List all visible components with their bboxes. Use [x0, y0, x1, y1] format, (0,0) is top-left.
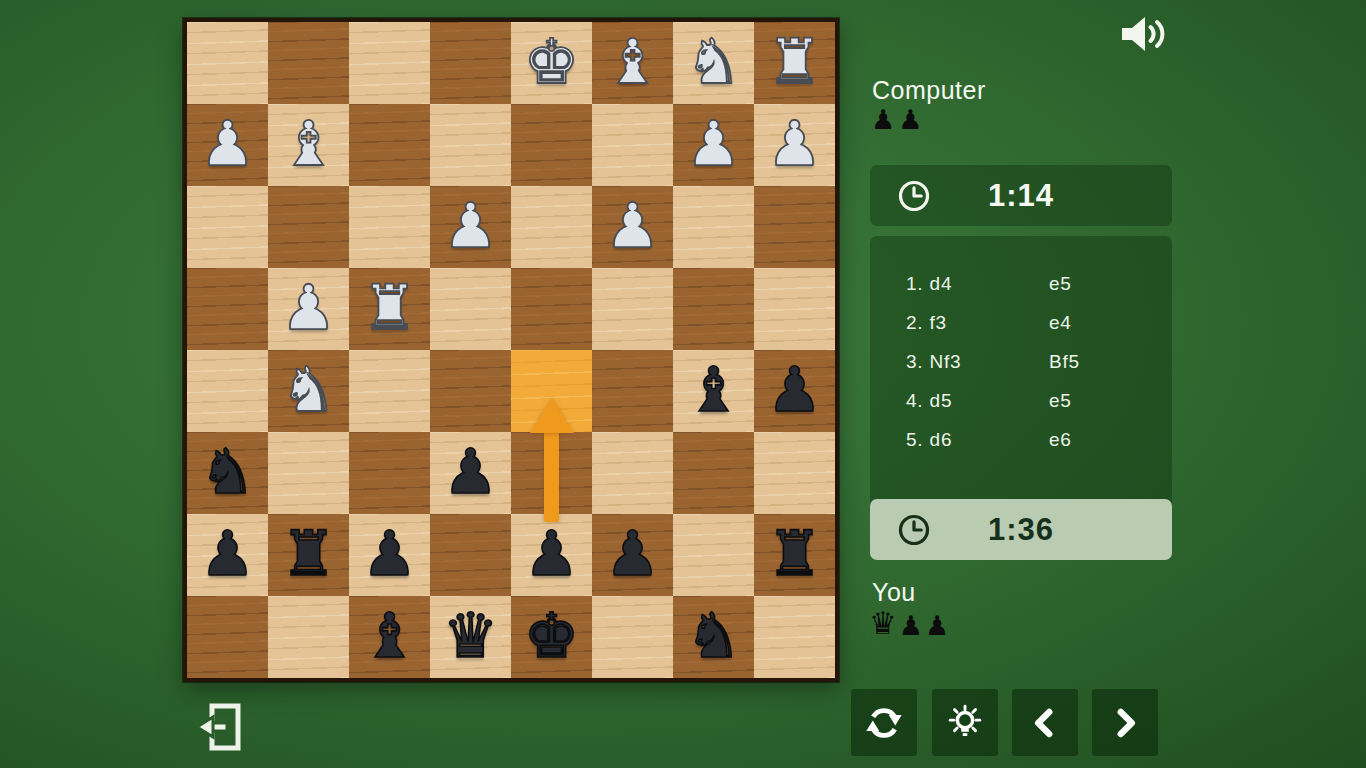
white-king-piece: ♚	[511, 22, 592, 104]
move-list: 1. d4e52. f3e43. Nf3Bf54. d5e55. d6e6	[870, 236, 1172, 509]
white-knight-piece: ♞	[268, 350, 349, 432]
black-move: e6	[1049, 420, 1072, 459]
white-move: 1. d4	[906, 264, 952, 303]
square-g6[interactable]	[268, 432, 349, 514]
square-f8[interactable]: ♝	[349, 596, 430, 678]
square-d2[interactable]	[511, 104, 592, 186]
captured-queen-icon: ♛	[869, 605, 899, 641]
captured-pawn-icon: ♟	[871, 104, 898, 135]
black-rook-piece: ♜	[268, 514, 349, 596]
square-f1[interactable]	[349, 22, 430, 104]
square-h8[interactable]	[187, 596, 268, 678]
chevron-right-icon	[1108, 705, 1142, 741]
white-pawn-piece: ♟	[430, 186, 511, 268]
computer-clock-time: 1:14	[870, 165, 1172, 226]
square-h3[interactable]	[187, 186, 268, 268]
previous-move-button[interactable]	[1012, 689, 1078, 756]
white-rook-piece: ♜	[349, 268, 430, 350]
white-bishop-piece: ♝	[268, 104, 349, 186]
square-e4[interactable]	[430, 268, 511, 350]
square-a3[interactable]	[754, 186, 835, 268]
computer-player-label: Computer	[872, 76, 986, 105]
black-king-piece: ♚	[511, 596, 592, 678]
square-h1[interactable]	[187, 22, 268, 104]
square-e5[interactable]	[430, 350, 511, 432]
exit-button[interactable]	[190, 694, 254, 760]
white-rook-piece: ♜	[754, 22, 835, 104]
square-e8[interactable]: ♛	[430, 596, 511, 678]
black-bishop-piece: ♝	[673, 350, 754, 432]
black-bishop-piece: ♝	[349, 596, 430, 678]
square-c6[interactable]	[592, 432, 673, 514]
square-d3[interactable]	[511, 186, 592, 268]
captured-pawn-icon: ♟	[898, 104, 925, 135]
computer-clock: 1:14	[870, 165, 1172, 226]
computer-captured-tray: ♟♟	[871, 104, 925, 135]
rotate-icon	[863, 702, 905, 744]
square-a4[interactable]	[754, 268, 835, 350]
move-row: 2. f3e4	[870, 303, 1172, 342]
square-a1[interactable]: ♜	[754, 22, 835, 104]
white-bishop-piece: ♝	[592, 22, 673, 104]
square-c1[interactable]: ♝	[592, 22, 673, 104]
square-h4[interactable]	[187, 268, 268, 350]
square-h5[interactable]	[187, 350, 268, 432]
you-clock-time: 1:36	[870, 499, 1172, 560]
square-c3[interactable]: ♟	[592, 186, 673, 268]
white-move: 5. d6	[906, 420, 952, 459]
next-move-button[interactable]	[1092, 689, 1158, 756]
square-b8[interactable]: ♞	[673, 596, 754, 678]
square-b4[interactable]	[673, 268, 754, 350]
speaker-icon	[1119, 12, 1167, 56]
move-row: 1. d4e5	[870, 264, 1172, 303]
square-c8[interactable]	[592, 596, 673, 678]
black-pawn-piece: ♟	[511, 514, 592, 596]
move-row: 5. d6e6	[870, 420, 1172, 459]
sound-toggle-button[interactable]	[1118, 10, 1168, 58]
square-d4[interactable]	[511, 268, 592, 350]
square-a5[interactable]: ♟	[754, 350, 835, 432]
rotate-board-button[interactable]	[851, 689, 917, 756]
captured-pawn-icon: ♟	[925, 610, 951, 641]
square-e6[interactable]: ♟	[430, 432, 511, 514]
black-rook-piece: ♜	[754, 514, 835, 596]
you-clock: 1:36	[870, 499, 1172, 560]
square-f7[interactable]: ♟	[349, 514, 430, 596]
black-move: e5	[1049, 264, 1072, 303]
black-pawn-piece: ♟	[187, 514, 268, 596]
square-d8[interactable]: ♚	[511, 596, 592, 678]
white-move: 3. Nf3	[906, 342, 962, 381]
black-pawn-piece: ♟	[430, 432, 511, 514]
white-pawn-piece: ♟	[754, 104, 835, 186]
black-pawn-piece: ♟	[349, 514, 430, 596]
hint-arrow-shaft	[544, 432, 559, 522]
square-e7[interactable]	[430, 514, 511, 596]
square-f5[interactable]	[349, 350, 430, 432]
square-b2[interactable]: ♟	[673, 104, 754, 186]
square-g8[interactable]	[268, 596, 349, 678]
square-g4[interactable]: ♟	[268, 268, 349, 350]
captured-pawn-icon: ♟	[899, 610, 925, 641]
hint-bulb-icon	[944, 702, 986, 744]
square-f6[interactable]	[349, 432, 430, 514]
square-a7[interactable]: ♜	[754, 514, 835, 596]
black-knight-piece: ♞	[187, 432, 268, 514]
square-e2[interactable]	[430, 104, 511, 186]
square-c2[interactable]	[592, 104, 673, 186]
black-queen-piece: ♛	[430, 596, 511, 678]
move-row: 4. d5e5	[870, 381, 1172, 420]
square-f2[interactable]	[349, 104, 430, 186]
square-a2[interactable]: ♟	[754, 104, 835, 186]
you-player-label: You	[872, 578, 916, 607]
square-b6[interactable]	[673, 432, 754, 514]
square-g2[interactable]: ♝	[268, 104, 349, 186]
white-pawn-piece: ♟	[268, 268, 349, 350]
square-a6[interactable]	[754, 432, 835, 514]
white-pawn-piece: ♟	[673, 104, 754, 186]
chess-board[interactable]: ♚♝♞♜♟♝♟♟♟♟♟♜♞♝♟♞♟♟♜♟♟♟♜♝♛♚♞	[183, 18, 839, 682]
square-d7[interactable]: ♟	[511, 514, 592, 596]
black-move: e5	[1049, 381, 1072, 420]
square-f3[interactable]	[349, 186, 430, 268]
square-c7[interactable]: ♟	[592, 514, 673, 596]
square-h2[interactable]: ♟	[187, 104, 268, 186]
square-g3[interactable]	[268, 186, 349, 268]
square-a8[interactable]	[754, 596, 835, 678]
white-knight-piece: ♞	[673, 22, 754, 104]
move-row: 3. Nf3Bf5	[870, 342, 1172, 381]
black-move: e4	[1049, 303, 1072, 342]
square-c4[interactable]	[592, 268, 673, 350]
square-b5[interactable]: ♝	[673, 350, 754, 432]
square-h7[interactable]: ♟	[187, 514, 268, 596]
square-g7[interactable]: ♜	[268, 514, 349, 596]
square-f4[interactable]: ♜	[349, 268, 430, 350]
square-d1[interactable]: ♚	[511, 22, 592, 104]
square-b7[interactable]	[673, 514, 754, 596]
square-b1[interactable]: ♞	[673, 22, 754, 104]
square-e3[interactable]: ♟	[430, 186, 511, 268]
square-e1[interactable]	[430, 22, 511, 104]
hint-button[interactable]	[932, 689, 998, 756]
square-h6[interactable]: ♞	[187, 432, 268, 514]
white-pawn-piece: ♟	[592, 186, 673, 268]
black-pawn-piece: ♟	[592, 514, 673, 596]
white-pawn-piece: ♟	[187, 104, 268, 186]
black-pawn-piece: ♟	[754, 350, 835, 432]
hint-arrow-head	[530, 398, 574, 433]
black-move: Bf5	[1049, 342, 1080, 381]
you-captured-tray: ♛♟♟	[869, 605, 951, 641]
exit-icon	[192, 696, 252, 758]
square-b3[interactable]	[673, 186, 754, 268]
square-g1[interactable]	[268, 22, 349, 104]
black-knight-piece: ♞	[673, 596, 754, 678]
square-c5[interactable]	[592, 350, 673, 432]
square-g5[interactable]: ♞	[268, 350, 349, 432]
white-move: 2. f3	[906, 303, 947, 342]
chevron-left-icon	[1028, 705, 1062, 741]
white-move: 4. d5	[906, 381, 952, 420]
